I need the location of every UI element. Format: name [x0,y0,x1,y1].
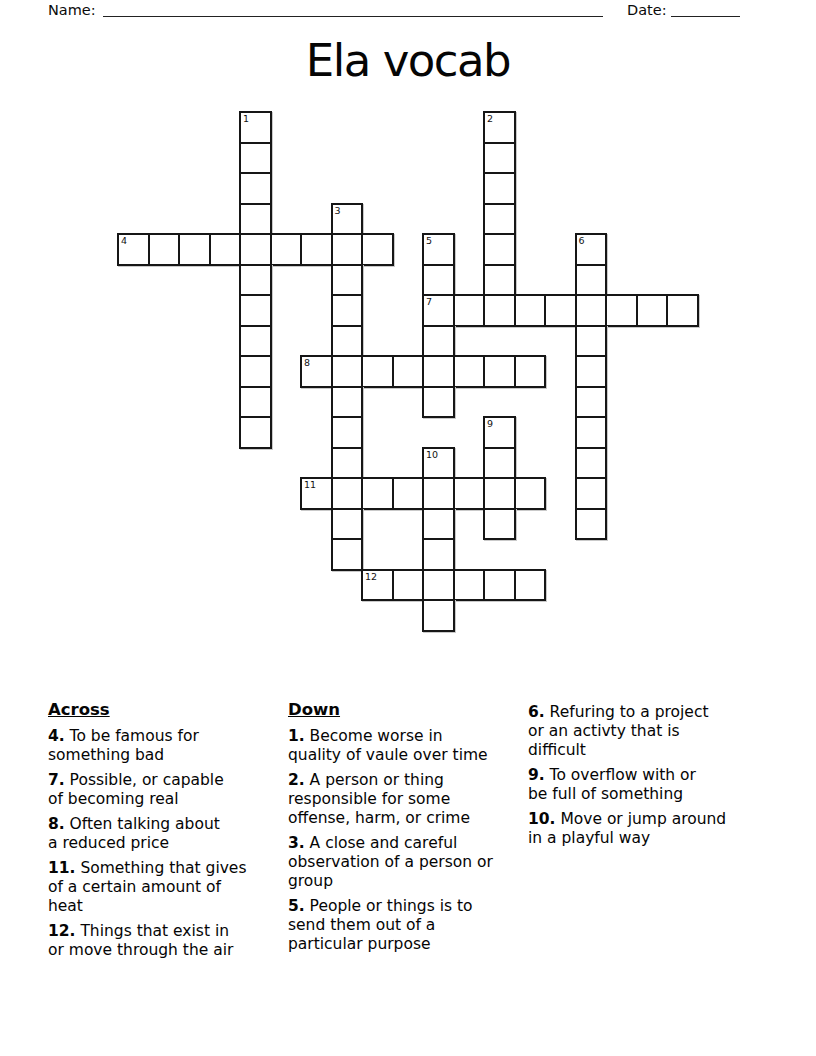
grid-cell-r12c10[interactable] [422,477,455,510]
grid-cell-r4c5[interactable] [270,233,303,266]
down-clues-list-2: 6. Refuring to a projector an activty th… [528,703,784,848]
grid-cell-r6c13[interactable] [514,294,547,327]
grid-cell-r1c12[interactable] [483,142,516,175]
clue-across-8: 8. Often talking abouta reduced price [48,815,280,853]
clue-down-1: 1. Become worse inquality of vaule over … [288,727,528,765]
name-label: Name: [48,2,96,18]
grid-cell-r6c11[interactable] [453,294,486,327]
grid-cell-r8c11[interactable] [453,355,486,388]
grid-cell-r6c15[interactable] [575,294,608,327]
grid-cell-r12c13[interactable] [514,477,547,510]
grid-cell-r8c15[interactable] [575,355,608,388]
grid-cell-r12c8[interactable] [361,477,394,510]
clue-number: 8. [48,815,65,833]
grid-cell-r4c6[interactable] [300,233,333,266]
clue-number: 11. [48,859,75,877]
cell-number-10: 10 [426,449,438,460]
grid-cell-r16c10[interactable] [422,599,455,632]
grid-cell-r2c12[interactable] [483,172,516,205]
clue-across-7: 7. Possible, or capableof becoming real [48,771,280,809]
crossword-grid: 123456789101112 [117,111,699,632]
grid-cell-r15c11[interactable] [453,569,486,602]
grid-cell-r6c7[interactable] [331,294,364,327]
grid-cell-r10c4[interactable] [239,416,272,449]
grid-cell-r15c9[interactable] [392,569,425,602]
clue-down-9: 9. To overflow with orbe full of somethi… [528,766,784,804]
grid-cell-r10c15[interactable] [575,416,608,449]
grid-cell-r5c4[interactable] [239,264,272,297]
worksheet-page: Name: Date: Ela vocab 123456789101112 Ac… [0,0,816,1056]
cell-number-5: 5 [426,235,432,246]
grid-cell-r7c10[interactable] [422,325,455,358]
across-heading: Across [48,700,280,720]
clue-number: 4. [48,727,65,745]
down-clues-list-1: 1. Become worse inquality of vaule over … [288,727,528,954]
grid-cell-r13c12[interactable] [483,508,516,541]
grid-cell-r12c12[interactable] [483,477,516,510]
grid-cell-r5c7[interactable] [331,264,364,297]
cell-number-3: 3 [335,205,341,216]
grid-cell-r13c7[interactable] [331,508,364,541]
grid-cell-r5c10[interactable] [422,264,455,297]
grid-cell-r15c13[interactable] [514,569,547,602]
clue-down-6: 6. Refuring to a projector an activty th… [528,703,784,760]
grid-cell-r11c7[interactable] [331,447,364,480]
page-title: Ela vocab [0,36,816,86]
grid-cell-r9c15[interactable] [575,386,608,419]
cell-number-6: 6 [579,235,585,246]
grid-cell-r5c12[interactable] [483,264,516,297]
grid-cell-r9c4[interactable] [239,386,272,419]
grid-cell-r4c0[interactable]: 4 [117,233,150,266]
grid-cell-r12c15[interactable] [575,477,608,510]
clue-number: 7. [48,771,65,789]
grid-cell-r15c10[interactable] [422,569,455,602]
grid-cell-r6c4[interactable] [239,294,272,327]
clue-down-5: 5. People or things is tosend them out o… [288,897,528,954]
grid-cell-r6c10[interactable]: 7 [422,294,455,327]
grid-cell-r9c7[interactable] [331,386,364,419]
grid-cell-r6c18[interactable] [666,294,699,327]
cell-number-11: 11 [304,479,316,490]
grid-cell-r6c17[interactable] [636,294,669,327]
down-heading: Down [288,700,528,720]
grid-cell-r10c12[interactable]: 9 [483,416,516,449]
grid-cell-r8c6[interactable]: 8 [300,355,333,388]
cell-number-12: 12 [365,571,377,582]
cell-number-9: 9 [487,418,493,429]
grid-cell-r7c7[interactable] [331,325,364,358]
clue-number: 9. [528,766,545,784]
grid-cell-r13c15[interactable] [575,508,608,541]
grid-cell-r4c8[interactable] [361,233,394,266]
grid-cell-r0c12[interactable]: 2 [483,111,516,144]
grid-cell-r12c9[interactable] [392,477,425,510]
grid-cell-r8c12[interactable] [483,355,516,388]
grid-cell-r4c3[interactable] [209,233,242,266]
grid-cell-r11c10[interactable]: 10 [422,447,455,480]
grid-cell-r15c12[interactable] [483,569,516,602]
clue-across-11: 11. Something that givesof a certain amo… [48,859,280,916]
grid-cell-r6c14[interactable] [544,294,577,327]
grid-cell-r11c15[interactable] [575,447,608,480]
clue-down-3: 3. A close and carefulobservation of a p… [288,834,528,891]
grid-cell-r11c12[interactable] [483,447,516,480]
grid-cell-r1c4[interactable] [239,142,272,175]
clue-down-2: 2. A person or thingresponsible for some… [288,771,528,828]
cell-number-2: 2 [487,113,493,124]
clue-across-12: 12. Things that exist inor move through … [48,922,280,960]
grid-cell-r4c2[interactable] [178,233,211,266]
grid-cell-r8c7[interactable] [331,355,364,388]
cell-number-1: 1 [243,113,249,124]
grid-cell-r3c4[interactable] [239,203,272,236]
clue-number: 6. [528,703,545,721]
clue-down-10: 10. Move or jump aroundin a playful way [528,810,784,848]
grid-cell-r0c4[interactable]: 1 [239,111,272,144]
grid-cell-r3c7[interactable]: 3 [331,203,364,236]
grid-cell-r7c4[interactable] [239,325,272,358]
grid-cell-r13c10[interactable] [422,508,455,541]
cell-number-7: 7 [426,296,432,307]
down-clues-column-2: 6. Refuring to a projector an activty th… [528,703,784,854]
grid-cell-r15c8[interactable]: 12 [361,569,394,602]
grid-cell-r12c7[interactable] [331,477,364,510]
grid-cell-r4c7[interactable] [331,233,364,266]
grid-cell-r6c16[interactable] [605,294,638,327]
grid-cell-r14c7[interactable] [331,538,364,571]
down-clues-column-1: Down 1. Become worse inquality of vaule … [288,700,528,960]
grid-cell-r5c15[interactable] [575,264,608,297]
date-label: Date: [627,2,667,18]
grid-cell-r4c15[interactable]: 6 [575,233,608,266]
grid-cell-r9c10[interactable] [422,386,455,419]
grid-cell-r4c1[interactable] [148,233,181,266]
grid-cell-r4c4[interactable] [239,233,272,266]
clue-number: 5. [288,897,305,915]
grid-cell-r4c12[interactable] [483,233,516,266]
grid-cell-r8c10[interactable] [422,355,455,388]
grid-cell-r8c8[interactable] [361,355,394,388]
clue-number: 2. [288,771,305,789]
grid-cell-r4c10[interactable]: 5 [422,233,455,266]
clue-number: 12. [48,922,75,940]
name-blank-line [103,16,603,17]
cell-number-4: 4 [121,235,127,246]
cell-number-8: 8 [304,357,310,368]
grid-cell-r12c6[interactable]: 11 [300,477,333,510]
grid-cell-r3c12[interactable] [483,203,516,236]
across-clues-column: Across 4. To be famous forsomething bad7… [48,700,280,966]
grid-cell-r10c7[interactable] [331,416,364,449]
clue-number: 1. [288,727,305,745]
grid-cell-r8c13[interactable] [514,355,547,388]
grid-cell-r2c4[interactable] [239,172,272,205]
grid-cell-r8c4[interactable] [239,355,272,388]
grid-cell-r6c12[interactable] [483,294,516,327]
grid-cell-r12c11[interactable] [453,477,486,510]
clue-across-4: 4. To be famous forsomething bad [48,727,280,765]
clue-number: 3. [288,834,305,852]
across-clues-list: 4. To be famous forsomething bad7. Possi… [48,727,280,960]
grid-cell-r8c9[interactable] [392,355,425,388]
date-blank-line [671,16,740,17]
grid-cell-r7c15[interactable] [575,325,608,358]
grid-cell-r14c10[interactable] [422,538,455,571]
clue-number: 10. [528,810,555,828]
